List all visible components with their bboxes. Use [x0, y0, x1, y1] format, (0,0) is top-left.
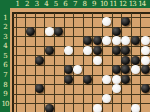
- column-label-8: 8: [83, 0, 86, 8]
- column-label-10: 10: [100, 0, 107, 8]
- black-stone-col2-row2[interactable]: [26, 27, 35, 36]
- grid-line-horizontal: [13, 84, 150, 85]
- row-label-5: 5: [0, 52, 10, 60]
- white-stone-col14-row4[interactable]: [141, 46, 150, 55]
- grid-line-horizontal: [13, 94, 150, 95]
- black-stone-col11-row2[interactable]: [112, 27, 121, 36]
- black-stone-col4-row10[interactable]: [45, 104, 54, 112]
- row-label-7: 7: [0, 71, 10, 79]
- white-stone-col9-row10[interactable]: [93, 104, 102, 112]
- grid-line-horizontal: [13, 36, 150, 37]
- black-stone-col14-row6[interactable]: [141, 65, 150, 74]
- white-stone-col13-row10[interactable]: [131, 104, 140, 112]
- white-stone-col11-row7[interactable]: [112, 75, 121, 84]
- grid-line-horizontal: [13, 75, 150, 76]
- row-label-10: 10: [0, 100, 10, 108]
- grid-line-horizontal: [13, 46, 150, 47]
- black-stone-col14-row8[interactable]: [141, 84, 150, 93]
- row-label-1: 1: [0, 14, 10, 22]
- white-stone-col6-row4[interactable]: [64, 46, 73, 55]
- black-stone-col6-row7[interactable]: [64, 75, 73, 84]
- white-stone-col10-row7[interactable]: [102, 75, 111, 84]
- row-label-4: 4: [0, 42, 10, 50]
- black-stone-col4-row4[interactable]: [45, 46, 54, 55]
- grid-line-horizontal: [13, 65, 150, 66]
- column-label-11: 11: [110, 0, 117, 8]
- grid-line-horizontal: [13, 55, 150, 56]
- grid-line-horizontal: [13, 17, 150, 18]
- white-stone-col9-row5[interactable]: [93, 56, 102, 65]
- column-label-14: 14: [138, 0, 145, 8]
- black-stone-col9-row4[interactable]: [93, 46, 102, 55]
- column-label-3: 3: [35, 0, 38, 8]
- column-label-4: 4: [44, 0, 47, 8]
- black-stone-col13-row5[interactable]: [131, 56, 140, 65]
- column-label-1: 1: [15, 0, 18, 8]
- row-label-6: 6: [0, 61, 10, 69]
- black-stone-col12-row5[interactable]: [121, 56, 130, 65]
- grid-line-horizontal: [13, 103, 150, 104]
- row-label-9: 9: [0, 90, 10, 98]
- column-label-12: 12: [119, 0, 126, 8]
- black-stone-col11-row4[interactable]: [112, 46, 121, 55]
- column-coordinates-bar: 1234567891011121314: [0, 0, 150, 8]
- column-label-2: 2: [25, 0, 28, 8]
- row-label-3: 3: [0, 33, 10, 41]
- column-label-9: 9: [92, 0, 95, 8]
- row-label-8: 8: [0, 81, 10, 89]
- white-stone-col4-row2[interactable]: [45, 27, 54, 36]
- black-stone-col3-row5[interactable]: [35, 56, 44, 65]
- black-stone-col11-row6[interactable]: [112, 65, 121, 74]
- white-stone-col14-row5[interactable]: [141, 56, 150, 65]
- black-stone-col8-row7[interactable]: [83, 75, 92, 84]
- row-coordinates-bar: 12345678910: [0, 8, 10, 112]
- row-label-2: 2: [0, 23, 10, 31]
- column-label-6: 6: [63, 0, 66, 8]
- column-label-13: 13: [129, 0, 136, 8]
- white-stone-col14-row3[interactable]: [141, 36, 150, 45]
- column-label-5: 5: [54, 0, 57, 8]
- column-label-7: 7: [73, 0, 76, 8]
- go-board-window: 1234567891011121314 12345678910: [0, 0, 150, 112]
